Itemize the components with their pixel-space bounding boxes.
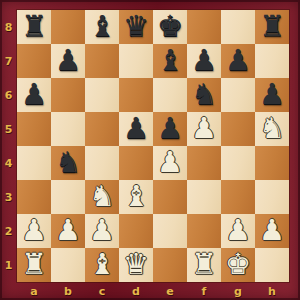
square-f7[interactable]: ♟	[187, 44, 221, 78]
square-d5[interactable]: ♟	[119, 112, 153, 146]
square-c5[interactable]	[85, 112, 119, 146]
black-queen-d8[interactable]: ♛	[123, 9, 149, 43]
black-king-e8[interactable]: ♚	[157, 9, 183, 43]
white-rook-a1[interactable]: ♜	[21, 247, 47, 281]
file-label-b: b	[51, 282, 85, 300]
black-knight-f6[interactable]: ♞	[191, 77, 217, 111]
square-f1[interactable]: ♜	[187, 248, 221, 282]
square-f8[interactable]	[187, 10, 221, 44]
white-pawn-b2[interactable]: ♟	[55, 213, 81, 247]
square-e1[interactable]	[153, 248, 187, 282]
square-f6[interactable]: ♞	[187, 78, 221, 112]
black-rook-a8[interactable]: ♜	[21, 9, 47, 43]
file-label-a: a	[17, 282, 51, 300]
rank-label-1: 1	[0, 248, 17, 282]
square-a2[interactable]: ♟	[17, 214, 51, 248]
square-c8[interactable]: ♝	[85, 10, 119, 44]
square-a4[interactable]	[17, 146, 51, 180]
square-e3[interactable]	[153, 180, 187, 214]
file-label-f: f	[187, 282, 221, 300]
square-c2[interactable]: ♟	[85, 214, 119, 248]
square-e5[interactable]: ♟	[153, 112, 187, 146]
square-c4[interactable]	[85, 146, 119, 180]
square-g7[interactable]: ♟	[221, 44, 255, 78]
square-c6[interactable]	[85, 78, 119, 112]
black-bishop-c8[interactable]: ♝	[89, 9, 115, 43]
file-label-h: h	[255, 282, 289, 300]
black-pawn-f7[interactable]: ♟	[191, 43, 217, 77]
square-h5[interactable]: ♞	[255, 112, 289, 146]
black-pawn-a6[interactable]: ♟	[21, 77, 47, 111]
black-bishop-e7[interactable]: ♝	[157, 43, 183, 77]
square-b2[interactable]: ♟	[51, 214, 85, 248]
square-b6[interactable]	[51, 78, 85, 112]
square-g4[interactable]	[221, 146, 255, 180]
black-knight-b4[interactable]: ♞	[55, 145, 81, 179]
white-knight-h5[interactable]: ♞	[259, 111, 285, 145]
chessboard-frame: ♜♝♛♚♜♟♝♟♟♟♞♟♟♟♟♞♞♟♞♝♟♟♟♟♟♜♝♛♜♚ 87654321 …	[0, 0, 300, 300]
square-a3[interactable]	[17, 180, 51, 214]
square-b4[interactable]: ♞	[51, 146, 85, 180]
white-pawn-c2[interactable]: ♟	[89, 213, 115, 247]
rank-label-4: 4	[0, 146, 17, 180]
square-b5[interactable]	[51, 112, 85, 146]
square-f4[interactable]	[187, 146, 221, 180]
square-d8[interactable]: ♛	[119, 10, 153, 44]
file-label-c: c	[85, 282, 119, 300]
square-d4[interactable]	[119, 146, 153, 180]
square-d7[interactable]	[119, 44, 153, 78]
square-c3[interactable]: ♞	[85, 180, 119, 214]
rank-label-8: 8	[0, 10, 17, 44]
square-a5[interactable]	[17, 112, 51, 146]
white-pawn-e4[interactable]: ♟	[157, 145, 183, 179]
square-g2[interactable]: ♟	[221, 214, 255, 248]
black-pawn-g7[interactable]: ♟	[225, 43, 251, 77]
square-h6[interactable]: ♟	[255, 78, 289, 112]
square-b1[interactable]	[51, 248, 85, 282]
square-b3[interactable]	[51, 180, 85, 214]
square-b7[interactable]: ♟	[51, 44, 85, 78]
square-h1[interactable]	[255, 248, 289, 282]
white-pawn-f5[interactable]: ♟	[191, 111, 217, 145]
square-d1[interactable]: ♛	[119, 248, 153, 282]
square-g3[interactable]	[221, 180, 255, 214]
square-a7[interactable]	[17, 44, 51, 78]
square-g5[interactable]	[221, 112, 255, 146]
white-queen-d1[interactable]: ♛	[123, 247, 149, 281]
square-h4[interactable]	[255, 146, 289, 180]
white-knight-c3[interactable]: ♞	[89, 179, 115, 213]
square-g8[interactable]	[221, 10, 255, 44]
square-f3[interactable]	[187, 180, 221, 214]
square-d2[interactable]	[119, 214, 153, 248]
square-e2[interactable]	[153, 214, 187, 248]
white-pawn-a2[interactable]: ♟	[21, 213, 47, 247]
square-h7[interactable]	[255, 44, 289, 78]
file-label-g: g	[221, 282, 255, 300]
white-king-g1[interactable]: ♚	[225, 247, 251, 281]
square-h2[interactable]: ♟	[255, 214, 289, 248]
white-rook-f1[interactable]: ♜	[191, 247, 217, 281]
white-bishop-c1[interactable]: ♝	[89, 247, 115, 281]
square-a1[interactable]: ♜	[17, 248, 51, 282]
square-h8[interactable]: ♜	[255, 10, 289, 44]
black-pawn-h6[interactable]: ♟	[259, 77, 285, 111]
white-pawn-g2[interactable]: ♟	[225, 213, 251, 247]
square-f2[interactable]	[187, 214, 221, 248]
square-e8[interactable]: ♚	[153, 10, 187, 44]
chessboard: ♜♝♛♚♜♟♝♟♟♟♞♟♟♟♟♞♞♟♞♝♟♟♟♟♟♜♝♛♜♚	[17, 10, 289, 282]
square-a6[interactable]: ♟	[17, 78, 51, 112]
square-h3[interactable]	[255, 180, 289, 214]
white-pawn-h2[interactable]: ♟	[259, 213, 285, 247]
square-a8[interactable]: ♜	[17, 10, 51, 44]
black-pawn-d5[interactable]: ♟	[123, 111, 149, 145]
square-g6[interactable]	[221, 78, 255, 112]
square-e7[interactable]: ♝	[153, 44, 187, 78]
black-pawn-b7[interactable]: ♟	[55, 43, 81, 77]
white-bishop-d3[interactable]: ♝	[123, 179, 149, 213]
rank-label-3: 3	[0, 180, 17, 214]
square-b8[interactable]	[51, 10, 85, 44]
square-c7[interactable]	[85, 44, 119, 78]
rank-label-2: 2	[0, 214, 17, 248]
square-f5[interactable]: ♟	[187, 112, 221, 146]
square-e4[interactable]: ♟	[153, 146, 187, 180]
black-rook-h8[interactable]: ♜	[259, 9, 285, 43]
square-c1[interactable]: ♝	[85, 248, 119, 282]
square-g1[interactable]: ♚	[221, 248, 255, 282]
black-pawn-e5[interactable]: ♟	[157, 111, 183, 145]
rank-label-6: 6	[0, 78, 17, 112]
square-e6[interactable]	[153, 78, 187, 112]
square-d3[interactable]: ♝	[119, 180, 153, 214]
file-label-d: d	[119, 282, 153, 300]
rank-label-5: 5	[0, 112, 17, 146]
file-label-e: e	[153, 282, 187, 300]
square-d6[interactable]	[119, 78, 153, 112]
rank-label-7: 7	[0, 44, 17, 78]
